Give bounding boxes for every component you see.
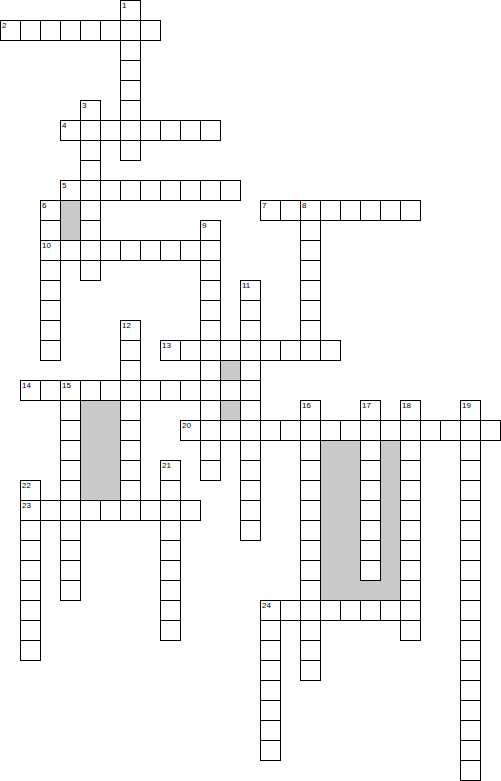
cell[interactable]	[300, 600, 321, 621]
cell[interactable]	[400, 460, 421, 481]
cell[interactable]	[220, 420, 241, 441]
cell[interactable]	[300, 560, 321, 581]
cell[interactable]	[300, 400, 321, 421]
cell[interactable]	[260, 720, 281, 741]
cell[interactable]	[120, 100, 141, 121]
cell[interactable]	[160, 340, 181, 361]
cell[interactable]	[260, 600, 281, 621]
page: 123456789101112131415161718192021222324	[0, 0, 501, 781]
cell[interactable]	[40, 320, 61, 341]
cell[interactable]	[120, 360, 141, 381]
cell[interactable]	[160, 120, 181, 141]
cell[interactable]	[60, 180, 81, 201]
cell[interactable]	[120, 0, 141, 21]
cell[interactable]	[200, 320, 221, 341]
cell[interactable]	[240, 460, 261, 481]
cell[interactable]	[260, 740, 281, 761]
cell[interactable]	[120, 380, 141, 401]
cell[interactable]	[340, 200, 361, 221]
cell[interactable]	[460, 580, 481, 601]
cell[interactable]	[80, 200, 101, 221]
cell[interactable]	[240, 380, 261, 401]
cell[interactable]	[360, 460, 381, 481]
cell[interactable]	[360, 440, 381, 461]
cell[interactable]	[240, 400, 261, 421]
cell[interactable]	[300, 340, 321, 361]
cell[interactable]	[60, 540, 81, 561]
cell[interactable]	[320, 420, 341, 441]
cell[interactable]	[140, 500, 161, 521]
cell[interactable]	[360, 500, 381, 521]
cell[interactable]	[300, 280, 321, 301]
cell[interactable]	[200, 260, 221, 281]
cell[interactable]	[60, 580, 81, 601]
cell[interactable]	[20, 640, 41, 661]
cell[interactable]	[260, 680, 281, 701]
cell[interactable]	[160, 460, 181, 481]
cell[interactable]	[240, 420, 261, 441]
cell[interactable]	[400, 200, 421, 221]
cell[interactable]	[280, 340, 301, 361]
cell[interactable]	[380, 420, 401, 441]
cell[interactable]	[60, 420, 81, 441]
cell[interactable]	[180, 380, 201, 401]
cell[interactable]	[40, 500, 61, 521]
cell[interactable]	[460, 760, 481, 781]
cell[interactable]	[300, 660, 321, 681]
cell[interactable]	[20, 580, 41, 601]
cell[interactable]	[280, 200, 301, 221]
cell[interactable]	[140, 240, 161, 261]
cell[interactable]	[400, 520, 421, 541]
cell[interactable]	[20, 620, 41, 641]
cell[interactable]	[20, 520, 41, 541]
cell[interactable]	[180, 240, 201, 261]
cell[interactable]	[460, 440, 481, 461]
cell[interactable]	[160, 620, 181, 641]
cell[interactable]	[40, 340, 61, 361]
cell[interactable]	[160, 240, 181, 261]
cell[interactable]	[20, 560, 41, 581]
cell[interactable]	[160, 500, 181, 521]
cell[interactable]	[400, 580, 421, 601]
cell[interactable]	[40, 20, 61, 41]
shaded-cell-region[interactable]	[360, 580, 381, 601]
cell[interactable]	[240, 340, 261, 361]
cell[interactable]	[280, 420, 301, 441]
cell[interactable]	[120, 480, 141, 501]
cell[interactable]	[80, 140, 101, 161]
cell[interactable]	[380, 200, 401, 221]
cell[interactable]	[200, 240, 221, 261]
cell[interactable]	[180, 180, 201, 201]
cell[interactable]	[40, 200, 61, 221]
cell[interactable]	[60, 480, 81, 501]
cell[interactable]	[140, 20, 161, 41]
cell[interactable]	[60, 500, 81, 521]
cell[interactable]	[120, 240, 141, 261]
shaded-cell-region[interactable]	[320, 440, 361, 601]
cell[interactable]	[300, 540, 321, 561]
cell[interactable]	[460, 520, 481, 541]
cell[interactable]	[160, 380, 181, 401]
cell[interactable]	[180, 340, 201, 361]
cell[interactable]	[60, 240, 81, 261]
crossword-board: 123456789101112131415161718192021222324	[0, 0, 501, 781]
cell[interactable]	[300, 320, 321, 341]
cell[interactable]	[200, 420, 221, 441]
cell[interactable]	[160, 540, 181, 561]
cell[interactable]	[460, 420, 481, 441]
cell[interactable]	[100, 240, 121, 261]
cell[interactable]	[240, 360, 261, 381]
cell[interactable]	[180, 420, 201, 441]
cell[interactable]	[360, 420, 381, 441]
cell[interactable]	[460, 620, 481, 641]
cell[interactable]	[40, 300, 61, 321]
cell[interactable]	[220, 340, 241, 361]
cell[interactable]	[40, 280, 61, 301]
cell[interactable]	[60, 20, 81, 41]
cell[interactable]	[80, 220, 101, 241]
cell[interactable]	[460, 480, 481, 501]
cell[interactable]	[80, 260, 101, 281]
cell[interactable]	[400, 540, 421, 561]
shaded-cell-region[interactable]	[220, 360, 241, 381]
cell[interactable]	[100, 120, 121, 141]
cell[interactable]	[300, 580, 321, 601]
cell[interactable]	[360, 520, 381, 541]
cell[interactable]	[120, 140, 141, 161]
cell[interactable]	[20, 540, 41, 561]
cell[interactable]	[140, 120, 161, 141]
cell[interactable]	[80, 380, 101, 401]
cell[interactable]	[100, 500, 121, 521]
cell[interactable]	[80, 240, 101, 261]
cell[interactable]	[360, 200, 381, 221]
cell[interactable]	[460, 500, 481, 521]
cell[interactable]	[200, 120, 221, 141]
cell[interactable]	[460, 600, 481, 621]
cell[interactable]	[20, 480, 41, 501]
shaded-cell-region[interactable]	[80, 400, 121, 501]
cell[interactable]	[200, 360, 221, 381]
cell[interactable]	[240, 520, 261, 541]
cell[interactable]	[400, 420, 421, 441]
cell[interactable]	[20, 500, 41, 521]
cell[interactable]	[340, 420, 361, 441]
cell[interactable]	[300, 300, 321, 321]
cell[interactable]	[120, 80, 141, 101]
cell[interactable]	[220, 380, 241, 401]
cell[interactable]	[360, 560, 381, 581]
cell[interactable]	[300, 460, 321, 481]
cell[interactable]	[160, 520, 181, 541]
cell[interactable]	[120, 60, 141, 81]
cell[interactable]	[400, 500, 421, 521]
cell[interactable]	[460, 460, 481, 481]
cell[interactable]	[180, 500, 201, 521]
cell[interactable]	[260, 620, 281, 641]
cell[interactable]	[200, 220, 221, 241]
cell[interactable]	[80, 20, 101, 41]
cell[interactable]	[120, 420, 141, 441]
cell[interactable]	[160, 580, 181, 601]
cell[interactable]	[40, 260, 61, 281]
cell[interactable]	[260, 700, 281, 721]
cell[interactable]	[300, 480, 321, 501]
cell[interactable]	[120, 440, 141, 461]
cell[interactable]	[300, 620, 321, 641]
cell[interactable]	[0, 20, 21, 41]
cell[interactable]	[300, 220, 321, 241]
cell[interactable]	[60, 460, 81, 481]
cell[interactable]	[60, 520, 81, 541]
cell[interactable]	[200, 400, 221, 421]
cell[interactable]	[140, 380, 161, 401]
cell[interactable]	[300, 260, 321, 281]
cell[interactable]	[460, 640, 481, 661]
cell[interactable]	[40, 240, 61, 261]
cell[interactable]	[460, 660, 481, 681]
cell[interactable]	[300, 240, 321, 261]
cell[interactable]	[100, 380, 121, 401]
cell[interactable]	[460, 700, 481, 721]
cell[interactable]	[120, 400, 141, 421]
cell[interactable]	[300, 520, 321, 541]
cell[interactable]	[320, 340, 341, 361]
cell[interactable]	[400, 620, 421, 641]
cell[interactable]	[320, 200, 341, 221]
cell[interactable]	[120, 460, 141, 481]
shaded-cell-region[interactable]	[60, 200, 81, 241]
cell[interactable]	[460, 720, 481, 741]
cell[interactable]	[20, 20, 41, 41]
cell[interactable]	[240, 280, 261, 301]
cell[interactable]	[200, 380, 221, 401]
cell[interactable]	[380, 600, 401, 621]
cell[interactable]	[280, 600, 301, 621]
cell[interactable]	[140, 180, 161, 201]
cell[interactable]	[300, 200, 321, 221]
cell[interactable]	[200, 460, 221, 481]
cell[interactable]	[400, 600, 421, 621]
cell[interactable]	[180, 120, 201, 141]
cell[interactable]	[360, 400, 381, 421]
cell[interactable]	[40, 380, 61, 401]
cell[interactable]	[400, 560, 421, 581]
cell[interactable]	[400, 400, 421, 421]
cell[interactable]	[160, 480, 181, 501]
cell[interactable]	[60, 560, 81, 581]
cell[interactable]	[60, 380, 81, 401]
cell[interactable]	[460, 560, 481, 581]
cell[interactable]	[200, 340, 221, 361]
cell[interactable]	[120, 320, 141, 341]
cell[interactable]	[20, 600, 41, 621]
cell[interactable]	[160, 180, 181, 201]
cell[interactable]	[120, 40, 141, 61]
shaded-cell-region[interactable]	[380, 440, 401, 601]
cell[interactable]	[120, 500, 141, 521]
cell[interactable]	[200, 440, 221, 461]
cell[interactable]	[400, 480, 421, 501]
cell[interactable]	[400, 440, 421, 461]
cell[interactable]	[460, 740, 481, 761]
cell[interactable]	[340, 600, 361, 621]
cell[interactable]	[460, 540, 481, 561]
cell[interactable]	[440, 420, 461, 441]
cell[interactable]	[100, 20, 121, 41]
cell[interactable]	[200, 180, 221, 201]
cell[interactable]	[420, 420, 441, 441]
cell[interactable]	[360, 480, 381, 501]
cell[interactable]	[80, 180, 101, 201]
cell[interactable]	[240, 500, 261, 521]
cell[interactable]	[260, 420, 281, 441]
cell[interactable]	[240, 440, 261, 461]
cell[interactable]	[260, 640, 281, 661]
cell[interactable]	[60, 440, 81, 461]
cell[interactable]	[160, 600, 181, 621]
cell[interactable]	[300, 440, 321, 461]
cell[interactable]	[40, 220, 61, 241]
cell[interactable]	[360, 540, 381, 561]
cell[interactable]	[120, 340, 141, 361]
cell[interactable]	[80, 120, 101, 141]
cell[interactable]	[300, 420, 321, 441]
cell[interactable]	[480, 420, 501, 441]
cell[interactable]	[360, 600, 381, 621]
cell[interactable]	[320, 600, 341, 621]
cell[interactable]	[200, 300, 221, 321]
cell[interactable]	[200, 280, 221, 301]
cell[interactable]	[260, 340, 281, 361]
cell[interactable]	[300, 500, 321, 521]
cell[interactable]	[60, 120, 81, 141]
cell[interactable]	[120, 180, 141, 201]
cell[interactable]	[460, 400, 481, 421]
cell[interactable]	[80, 500, 101, 521]
cell[interactable]	[80, 160, 101, 181]
cell[interactable]	[120, 120, 141, 141]
cell[interactable]	[240, 320, 261, 341]
cell[interactable]	[60, 400, 81, 421]
cell[interactable]	[80, 100, 101, 121]
cell[interactable]	[100, 180, 121, 201]
cell[interactable]	[220, 180, 241, 201]
cell[interactable]	[20, 380, 41, 401]
cell[interactable]	[460, 680, 481, 701]
cell[interactable]	[300, 640, 321, 661]
cell[interactable]	[160, 560, 181, 581]
cell[interactable]	[240, 300, 261, 321]
cell[interactable]	[240, 480, 261, 501]
cell[interactable]	[260, 660, 281, 681]
cell[interactable]	[260, 200, 281, 221]
cell[interactable]	[120, 20, 141, 41]
shaded-cell-region[interactable]	[220, 400, 241, 421]
